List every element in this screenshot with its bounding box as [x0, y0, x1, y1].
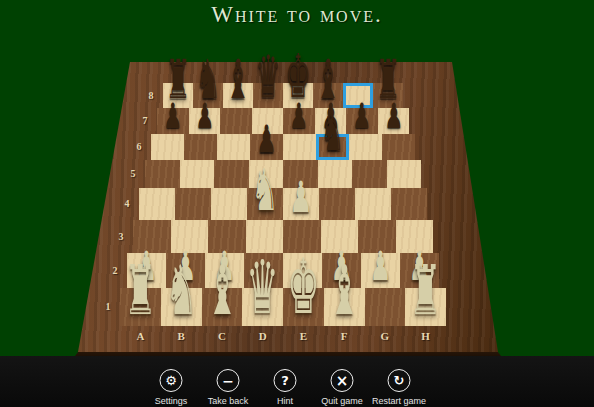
minus-icon: − [217, 369, 240, 392]
button-label: Settings [155, 396, 188, 406]
square-e1[interactable]: ♚ [283, 288, 324, 326]
square-a6[interactable] [151, 134, 184, 160]
file-label-h: H [416, 330, 436, 342]
square-h4[interactable] [391, 188, 427, 220]
rank-label-5: 5 [126, 168, 140, 179]
file-label-c: C [212, 330, 232, 342]
button-label: Take back [208, 396, 249, 406]
square-g7[interactable]: ♟ [346, 108, 378, 134]
black-queen-d8[interactable]: ♛ [254, 49, 283, 108]
file-label-g: G [375, 330, 395, 342]
file-label-f: F [334, 330, 354, 342]
black-pawn-g7[interactable]: ♟ [349, 98, 374, 133]
white-bishop-f1[interactable]: ♝ [325, 257, 364, 325]
square-h7[interactable]: ♟ [378, 108, 410, 134]
button-label: Hint [277, 396, 293, 406]
restart-icon: ↻ [388, 369, 411, 392]
square-d4[interactable]: ♞ [247, 188, 283, 220]
hint-button[interactable]: ?Hint [257, 356, 314, 407]
square-c7[interactable] [220, 108, 252, 134]
square-c6[interactable] [217, 134, 250, 160]
square-g5[interactable] [352, 160, 387, 188]
rank-label-7: 7 [138, 115, 152, 126]
chess-app-window: White to move. ♜♞♝♛♚♝♜8♟♟♟♟♟♟7♟♞65♞♟43♟♟… [0, 0, 594, 407]
square-h6[interactable] [382, 134, 415, 160]
black-bishop-c8[interactable]: ♝ [224, 53, 253, 107]
app-bar-buttons: ⚙Settings−Take back?Hint×Quit game↻Resta… [143, 356, 428, 407]
square-g6[interactable] [349, 134, 382, 160]
settings-button[interactable]: ⚙Settings [143, 356, 200, 407]
square-f4[interactable] [319, 188, 355, 220]
white-queen-d1[interactable]: ♛ [243, 251, 282, 325]
button-label: Quit game [321, 396, 363, 406]
close-icon: × [331, 369, 354, 392]
square-d1[interactable]: ♛ [242, 288, 283, 326]
white-rook-h1[interactable]: ♜ [406, 257, 445, 325]
white-king-e1[interactable]: ♚ [284, 249, 323, 325]
file-label-b: B [171, 330, 191, 342]
square-c4[interactable] [211, 188, 247, 220]
rank-row-5 [145, 160, 421, 188]
square-a7[interactable]: ♟ [157, 108, 189, 134]
rank-label-3: 3 [114, 231, 128, 242]
rank-row-6: ♟♞ [151, 134, 415, 160]
rank-row-1: ♜♞♝♛♚♝♜ [120, 288, 446, 326]
file-label-d: D [253, 330, 273, 342]
rank-label-4: 4 [120, 198, 134, 209]
rank-row-4: ♞♟ [139, 188, 427, 220]
app-bar: ⚙Settings−Take back?Hint×Quit game↻Resta… [0, 356, 594, 407]
white-knight-b1[interactable]: ♞ [162, 257, 201, 325]
square-b5[interactable] [180, 160, 215, 188]
square-h1[interactable]: ♜ [405, 288, 446, 326]
square-f6[interactable]: ♞ [316, 134, 349, 160]
rank-label-8: 8 [144, 90, 158, 101]
black-pawn-e7[interactable]: ♟ [286, 98, 311, 133]
gear-icon: ⚙ [160, 369, 183, 392]
rank-label-2: 2 [108, 265, 122, 276]
rank-label-1: 1 [101, 301, 115, 312]
square-g1[interactable] [365, 288, 406, 326]
white-rook-a1[interactable]: ♜ [121, 257, 160, 325]
black-pawn-a7[interactable]: ♟ [160, 98, 185, 133]
black-pawn-d6[interactable]: ♟ [253, 121, 279, 159]
status-text: White to move. [0, 2, 594, 28]
square-c8[interactable]: ♝ [223, 83, 253, 108]
file-label-e: E [293, 330, 313, 342]
button-label: Restart game [372, 396, 426, 406]
square-b4[interactable] [175, 188, 211, 220]
question-icon: ? [274, 369, 297, 392]
square-c1[interactable]: ♝ [202, 288, 243, 326]
square-f5[interactable] [318, 160, 353, 188]
square-b7[interactable]: ♟ [189, 108, 221, 134]
square-f1[interactable]: ♝ [324, 288, 365, 326]
square-e7[interactable]: ♟ [283, 108, 315, 134]
black-pawn-h7[interactable]: ♟ [381, 98, 406, 133]
square-e6[interactable] [283, 134, 316, 160]
quit-game-button[interactable]: ×Quit game [314, 356, 371, 407]
rank-row-7: ♟♟♟♟♟♟ [157, 108, 409, 134]
white-pawn-g2[interactable]: ♟ [365, 247, 396, 288]
square-c5[interactable] [214, 160, 249, 188]
square-h5[interactable] [387, 160, 422, 188]
square-e4[interactable]: ♟ [283, 188, 319, 220]
square-d8[interactable]: ♛ [253, 83, 283, 108]
square-a5[interactable] [145, 160, 180, 188]
white-knight-d4[interactable]: ♞ [248, 161, 282, 219]
take-back-button[interactable]: −Take back [200, 356, 257, 407]
file-label-a: A [130, 330, 150, 342]
square-a1[interactable]: ♜ [120, 288, 161, 326]
black-knight-f6[interactable]: ♞ [317, 109, 348, 159]
white-bishop-c1[interactable]: ♝ [203, 257, 242, 325]
black-pawn-b7[interactable]: ♟ [192, 98, 217, 133]
square-b1[interactable]: ♞ [161, 288, 202, 326]
square-g2[interactable]: ♟ [361, 253, 400, 288]
white-pawn-e4[interactable]: ♟ [287, 176, 316, 219]
rank-label-6: 6 [132, 141, 146, 152]
square-g4[interactable] [355, 188, 391, 220]
restart-game-button[interactable]: ↻Restart game [371, 356, 428, 407]
square-b6[interactable] [184, 134, 217, 160]
square-a4[interactable] [139, 188, 175, 220]
